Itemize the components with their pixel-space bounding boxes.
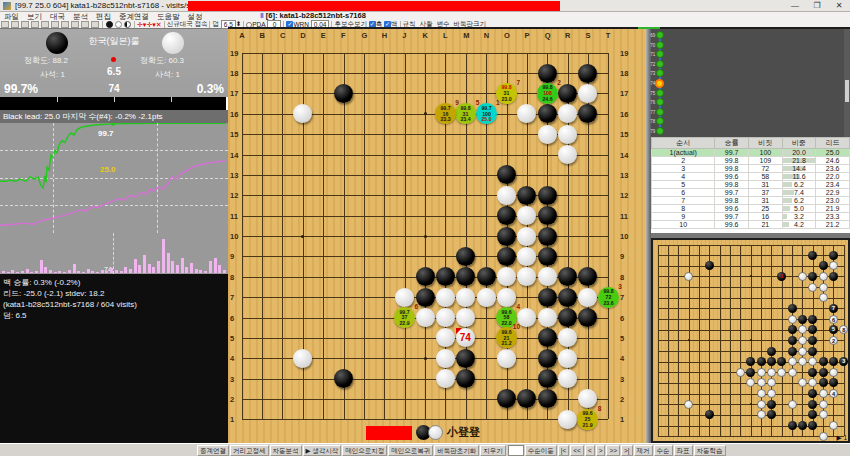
table-row[interactable]: 299.810921.824.6 <box>652 157 850 165</box>
komi-center: 6.5 <box>0 66 228 77</box>
table-cell: 31 <box>749 197 783 205</box>
candidate-move-J6[interactable]: 99.73722.96 <box>394 307 415 328</box>
nav-button-1[interactable]: << <box>570 445 584 456</box>
vstone-S2 <box>829 421 838 430</box>
tree-node-74[interactable] <box>655 79 664 88</box>
nav-button-0[interactable]: |< <box>558 445 569 456</box>
vstone-M9 <box>767 347 776 356</box>
table-cell: 9 <box>652 213 715 221</box>
vstone-Q11 <box>808 325 817 334</box>
coord-number-right: 18 <box>620 69 628 78</box>
vstone-R17 <box>819 261 828 270</box>
coord-letter: J <box>402 31 406 40</box>
stone-M8 <box>456 267 475 286</box>
vstone-P11 <box>798 325 807 334</box>
tree-move-number: 70 <box>650 42 655 47</box>
stone-O11 <box>497 206 516 225</box>
rule-label: 한국(일본)룰 <box>0 35 228 48</box>
tree-node-77[interactable] <box>656 108 664 116</box>
table-cell: 16 <box>749 213 783 221</box>
vstone-S5: 4 <box>829 389 838 398</box>
stone-N7 <box>477 288 496 307</box>
table-header-승률[interactable]: 승률 <box>715 138 749 149</box>
vstone-R5 <box>819 389 828 398</box>
table-cell: 25 <box>749 205 783 213</box>
variation-board[interactable]: 12345678 ▶ 1 <box>651 238 850 443</box>
visits-histogram: 74 <box>0 233 228 274</box>
candidate-rank: 9 <box>455 99 459 106</box>
stone-M4 <box>456 349 475 368</box>
coord-number-left: 16 <box>230 110 238 119</box>
vstone-M5 <box>767 389 776 398</box>
graph-lead-label: 25.0 <box>100 165 116 174</box>
histogram-bar <box>171 261 174 273</box>
histogram-bar <box>185 267 188 273</box>
half-stone-icon[interactable] <box>124 21 131 28</box>
tree-node-69[interactable] <box>656 31 664 39</box>
table-row[interactable]: 1099.6214.221.2 <box>652 221 850 229</box>
table-cell: 99.7 <box>715 149 749 157</box>
table-row[interactable]: 399.87214.423.6 <box>652 165 850 173</box>
stone-M6 <box>456 308 475 327</box>
info-line: 리드: -25.0 (-2.1) stdev: 18.2 <box>3 288 228 299</box>
vstone-O4 <box>788 400 797 409</box>
coord-number-right: 12 <box>620 191 628 200</box>
vstone-O13 <box>788 304 797 313</box>
table-header-비중[interactable]: 비중 <box>782 138 816 149</box>
coord-letter: L <box>443 31 448 40</box>
pencil-icon[interactable] <box>91 21 99 28</box>
coord-number-right: 7 <box>620 293 624 302</box>
table-row[interactable]: 899.6255.021.9 <box>652 205 850 213</box>
histogram-bar <box>26 269 29 273</box>
stone-F17 <box>334 84 353 103</box>
table-cell: 37 <box>749 189 783 197</box>
toolbar-button-바둑판크기[interactable]: 바둑판크기 <box>454 20 487 27</box>
histogram-bar <box>181 258 184 273</box>
vstone-L7 <box>757 368 766 377</box>
arrow-down-icon[interactable] <box>61 21 69 28</box>
coord-letter: C <box>280 31 285 40</box>
tree-node-75[interactable] <box>656 89 664 97</box>
move-tree[interactable]: 6970717273747576777879 <box>651 29 850 137</box>
title-bar: [99.7 25.0 604] kata1-b28c512nbt-s7168 -… <box>0 0 850 12</box>
table-cell: 4 <box>652 173 715 181</box>
table-cell: 99.7 <box>715 189 749 197</box>
session-label: ‖ [6]: kata1-b28c512nbt-s7168 <box>260 12 366 20</box>
vstone-T8: 3 <box>839 357 848 366</box>
table-cell: 24.6 <box>816 157 850 165</box>
bottom-button-제거[interactable]: 제거 <box>634 445 653 456</box>
vstone-Q2 <box>808 421 817 430</box>
vstone-O9 <box>788 347 797 356</box>
stone-O9 <box>497 247 516 266</box>
coord-number-right: 2 <box>620 395 624 404</box>
histogram-bar <box>143 255 146 273</box>
stone-Q16 <box>538 104 557 123</box>
vstone-N16: 1 <box>777 272 786 281</box>
red-marker-icon-2[interactable]: ✕ <box>156 21 162 28</box>
save-icon[interactable] <box>11 21 19 28</box>
table-cell: 23.6 <box>816 165 850 173</box>
stone-R17 <box>558 84 577 103</box>
table-cell: 22.0 <box>816 173 850 181</box>
tree-node-73[interactable] <box>656 69 664 77</box>
tree-move-number: 77 <box>650 109 655 114</box>
app-icon <box>3 2 11 10</box>
coord-letter: Q <box>545 31 551 40</box>
stone-K6 <box>416 308 435 327</box>
stone-O13 <box>497 165 516 184</box>
black-stone-icon[interactable] <box>106 21 113 28</box>
vstone-S11: 5 <box>829 325 838 334</box>
vstone-O8 <box>788 357 797 366</box>
vstone-O2 <box>788 421 797 430</box>
stone-O10 <box>497 227 516 246</box>
chart-icon[interactable] <box>31 21 39 28</box>
coord-number-left: 6 <box>230 314 234 323</box>
stone-K8 <box>416 267 435 286</box>
minimize-button[interactable]: — <box>784 0 806 12</box>
grid-icon[interactable] <box>81 21 89 28</box>
coord-letter: P <box>524 31 529 40</box>
vstone-M3 <box>767 410 776 419</box>
stone-P9 <box>517 247 536 266</box>
stone-S17 <box>578 84 597 103</box>
bottom-button-자동분석[interactable]: 자동분석 <box>270 445 302 456</box>
vstone-Q10 <box>808 336 817 345</box>
stone-L7 <box>436 288 455 307</box>
vstone-S12: 6 <box>829 315 838 324</box>
coord-number-right: 4 <box>620 354 624 363</box>
coord-number-right: 9 <box>620 252 624 261</box>
candidate-view-label: 후보수보기 <box>334 20 367 27</box>
stone-P8 <box>517 267 536 286</box>
maximize-button[interactable]: ❐ <box>806 0 828 12</box>
coord-number-left: 15 <box>230 130 238 139</box>
stone-O7 <box>497 288 516 307</box>
table-cell: 99.8 <box>715 197 749 205</box>
candidate-table[interactable]: 순서승률비짓비중리드1(actual)99.710020.025.0299.81… <box>651 137 850 233</box>
analysis-panel: 한국(일본)룰 정확도: 88.2 정확도: 60.3 사석: 1 6.5 사석… <box>0 29 228 443</box>
table-cell: 99.6 <box>715 205 749 213</box>
candidate-move-M16[interactable]: 99.83123.45 <box>455 103 476 124</box>
vstone-R3 <box>819 410 828 419</box>
table-row[interactable]: 999.7163.223.3 <box>652 213 850 221</box>
table-cell: 99.8 <box>715 157 749 165</box>
table-row[interactable]: 1(actual)99.710020.025.0 <box>652 149 850 157</box>
candidate-move-L16[interactable]: 99.71623.39 <box>435 103 456 124</box>
bottom-button-거리고정세[interactable]: 거리고정세 <box>230 445 269 456</box>
stone-Q5 <box>538 328 557 347</box>
coord-letter: O <box>504 31 510 40</box>
stone-D4 <box>293 349 312 368</box>
go-board[interactable]: ABCDEFGHJKLMNOPQRST191918181717161615151… <box>228 29 645 443</box>
histogram-bar <box>2 271 5 273</box>
stone-P2 <box>517 389 536 408</box>
bottom-button-수순[interactable]: 수순 <box>654 445 673 456</box>
vstone-M4 <box>767 400 776 409</box>
table-cell: 21.8 <box>782 157 816 165</box>
table-cell: 100 <box>749 149 783 157</box>
table-cell: 21.2 <box>816 221 850 229</box>
tree-node-76[interactable] <box>656 98 664 106</box>
vstone-L6 <box>757 378 766 387</box>
stone-L4 <box>436 349 455 368</box>
histogram-bar <box>176 265 179 273</box>
histogram-bar <box>209 261 212 273</box>
table-cell: 58 <box>749 173 783 181</box>
open-folder-icon[interactable] <box>1 21 9 28</box>
censored-title-region <box>188 1 560 11</box>
refresh-icon[interactable] <box>51 21 59 28</box>
tree-move-number: 72 <box>650 61 655 66</box>
tree-node-70[interactable] <box>656 41 664 49</box>
table-row[interactable]: 499.65811.622.0 <box>652 173 850 181</box>
coord-number-right: 6 <box>620 314 624 323</box>
table-row[interactable]: 699.7377.422.9 <box>652 189 850 197</box>
winrate-graph[interactable]: 99.7 25.0 <box>0 123 228 233</box>
coord-number-left: 9 <box>230 252 234 261</box>
tree-move-number: 76 <box>650 99 655 104</box>
histogram-bar <box>7 272 10 273</box>
white-accuracy: 정확도: 60.3 <box>140 55 184 66</box>
stone-Q2 <box>538 389 557 408</box>
bottom-button-자동학습[interactable]: 자동학습 <box>694 445 726 456</box>
nav-button-3[interactable]: > <box>596 445 606 456</box>
bottom-button-▶ 생각시작[interactable]: ▶ 생각시작 <box>303 445 342 456</box>
tree-scrollbar-thumb[interactable] <box>845 80 849 102</box>
stone-P6 <box>517 308 536 327</box>
red-marker-icon-0[interactable]: ✛▾ <box>137 21 146 28</box>
tree-move-number: 69 <box>650 32 655 37</box>
bottom-button-좌표[interactable]: 좌표 <box>674 445 693 456</box>
vstone-K6 <box>746 378 755 387</box>
nav-button-5[interactable]: >| <box>621 445 632 456</box>
vstone-P12 <box>798 315 807 324</box>
coord-number-left: 13 <box>230 171 238 180</box>
candidate-move-N16[interactable]: 99.710025.01 <box>476 103 497 124</box>
table-cell: 99.8 <box>715 165 749 173</box>
clock-icon[interactable] <box>41 21 49 28</box>
histogram-bar <box>91 271 94 273</box>
vstone-P6 <box>798 378 807 387</box>
histogram-bar <box>49 270 52 273</box>
stone-S16 <box>578 104 597 123</box>
tree-move-number: 79 <box>650 128 655 133</box>
candidate-move-O5[interactable]: 99.62121.210 <box>496 327 517 348</box>
candidate-move-S1[interactable]: 99.62521.98 <box>577 409 598 430</box>
info-line: (kata1-b28c512nbt-s7168 / 604 visits) <box>3 299 228 310</box>
stone-L6 <box>436 308 455 327</box>
vstone-M7 <box>767 368 776 377</box>
stone-R15 <box>558 125 577 144</box>
coord-number-left: 17 <box>230 89 238 98</box>
table-cell: 23.0 <box>816 197 850 205</box>
histogram-bar <box>87 269 90 273</box>
coord-number-left: 8 <box>230 273 234 282</box>
tree-move-number: 75 <box>650 90 655 95</box>
coord-number-left: 12 <box>230 191 238 200</box>
coord-number-right: 1 <box>620 415 624 424</box>
connect-button[interactable]: 접속 <box>194 20 207 27</box>
bottom-button-바둑판초기화[interactable]: 바둑판초기화 <box>434 445 479 456</box>
black-player-name-censored <box>366 426 412 440</box>
bottom-button-중계연결[interactable]: 중계연결 <box>197 445 229 456</box>
vstone-M6 <box>767 378 776 387</box>
table-cell: 6.2 <box>782 197 816 205</box>
stone-J7 <box>395 288 414 307</box>
white-candidates-label: 백 <box>391 20 398 27</box>
vstone-P8 <box>798 357 807 366</box>
coord-number-left: 7 <box>230 293 234 302</box>
vstone-K7 <box>746 368 755 377</box>
star-point <box>424 235 427 238</box>
tree-node-79[interactable] <box>656 127 664 135</box>
stone-M9 <box>456 247 475 266</box>
nav-button-2[interactable]: < <box>585 445 595 456</box>
histogram-bar <box>138 265 141 273</box>
coord-number-left: 10 <box>230 232 238 241</box>
coord-letter: A <box>239 31 244 40</box>
histogram-bar <box>162 239 165 273</box>
stone-Q7 <box>538 288 557 307</box>
table-row[interactable]: 599.8316.223.4 <box>652 181 850 189</box>
winrate-bar <box>0 97 228 110</box>
table-cell: 6 <box>652 189 715 197</box>
stone-Q15 <box>538 125 557 144</box>
vstone-Q8 <box>808 357 817 366</box>
vstone-F17 <box>705 261 714 270</box>
vstone-D4 <box>684 400 693 409</box>
histogram-bar <box>129 269 132 273</box>
stone-L3 <box>436 369 455 388</box>
info-line: 덤: 6.5 <box>3 310 228 321</box>
histogram-bar <box>82 272 85 273</box>
lightning-icon[interactable] <box>21 21 29 28</box>
coord-number-left: 19 <box>230 49 238 58</box>
table-header-비짓[interactable]: 비짓 <box>749 138 783 149</box>
histogram-bar <box>152 267 155 273</box>
toolbar-button-변수[interactable]: 변수 <box>437 20 450 27</box>
candidate-move-O17[interactable]: 99.83123.07 <box>496 83 517 104</box>
coord-number-right: 5 <box>620 334 624 343</box>
stone-D16 <box>293 104 312 123</box>
table-cell: 2 <box>652 157 715 165</box>
white-winrate: 0.3% <box>197 82 224 96</box>
vstone-P10 <box>798 336 807 345</box>
star-point <box>301 235 304 238</box>
histogram-bar <box>199 270 202 273</box>
stone-Q9 <box>538 247 557 266</box>
bottom-button-지우기[interactable]: 지우기 <box>480 445 506 456</box>
bottom-button-메인으로지정[interactable]: 메인으로지정 <box>342 445 387 456</box>
coord-number-left: 18 <box>230 69 238 78</box>
table-cell: 99.7 <box>715 213 749 221</box>
new-game-button[interactable]: 신규대국 <box>167 20 193 27</box>
vstone-Q3 <box>808 410 817 419</box>
table-cell: 31 <box>749 181 783 189</box>
vstone-L8 <box>757 357 766 366</box>
vstone-R8 <box>819 357 828 366</box>
histogram-bar <box>16 272 19 273</box>
coord-number-left: 1 <box>230 415 234 424</box>
vstone-T11: 8 <box>839 325 848 334</box>
black-accuracy: 정확도: 88.2 <box>24 55 68 66</box>
move-number-center: 74 <box>0 83 228 94</box>
stone-S7 <box>578 288 597 307</box>
vstone-S18 <box>829 251 838 260</box>
histogram-bar <box>218 265 221 273</box>
nav-button-4[interactable]: >> <box>606 445 620 456</box>
close-button[interactable]: ✕ <box>828 0 850 12</box>
vstone-R6 <box>819 378 828 387</box>
move-number-input[interactable] <box>508 445 524 456</box>
vstone-K8 <box>746 357 755 366</box>
histogram-bar <box>73 264 76 273</box>
stone-F3 <box>334 369 353 388</box>
table-header-순서[interactable]: 순서 <box>652 138 715 149</box>
vstone-P9 <box>798 347 807 356</box>
stone-O8 <box>497 267 516 286</box>
vstone-J7 <box>736 368 745 377</box>
engine-info-box: 백 승률: 0.3% (-0.2%)리드: -25.0 (-2.1) stdev… <box>0 274 228 443</box>
coord-number-right: 8 <box>620 273 624 282</box>
red-marker-icon-1[interactable]: ✛▾ <box>146 21 155 28</box>
bottom-button-메인으로복귀[interactable]: 메인으로복귀 <box>388 445 433 456</box>
vstone-P2 <box>798 421 807 430</box>
stone-R16 <box>558 104 577 123</box>
bottom-button-move-nav[interactable]: 수순이동 <box>525 445 557 456</box>
tree-node-71[interactable] <box>656 50 664 58</box>
candidate-rank: 7 <box>516 79 520 86</box>
stone-S6 <box>578 308 597 327</box>
coord-number-right: 10 <box>620 232 628 241</box>
coord-letter: D <box>300 31 305 40</box>
table-row[interactable]: 799.8316.223.0 <box>652 197 850 205</box>
candidate-move-Q17[interactable]: 99.810824.62 <box>537 83 558 104</box>
tree-node-78[interactable] <box>656 117 664 125</box>
info-line: 백 승률: 0.3% (-0.2%) <box>3 277 228 288</box>
spade-icon[interactable] <box>71 21 79 28</box>
coord-letter: B <box>260 31 265 40</box>
candidate-move-T7[interactable]: 99.87223.63 <box>598 287 619 308</box>
vstone-S8 <box>829 357 838 366</box>
table-cell: 23.4 <box>816 181 850 189</box>
table-cell: 4.2 <box>782 221 816 229</box>
toolbar-button-사활[interactable]: 사활 <box>420 20 433 27</box>
white-stone-icon[interactable] <box>115 21 122 28</box>
tree-node-72[interactable] <box>656 60 664 68</box>
histogram-bar <box>115 270 118 273</box>
table-header-리드[interactable]: 리드 <box>816 138 850 149</box>
histogram-bar <box>35 271 38 273</box>
vstone-S13: 7 <box>829 304 838 313</box>
toolbar-button-규칙[interactable]: 규칙 <box>403 20 416 27</box>
table-cell: 1(actual) <box>652 149 715 157</box>
variation-nav-label[interactable]: ▶ 1 <box>837 434 847 442</box>
candidate-rank: 10 <box>513 323 520 330</box>
coord-number-right: 13 <box>620 171 628 180</box>
histogram-bar <box>157 261 160 273</box>
vstone-Q18 <box>808 251 817 260</box>
stone-Q6 <box>538 308 557 327</box>
vstone-M8 <box>767 357 776 366</box>
coord-number-right: 16 <box>620 110 628 119</box>
vstone-Q5 <box>808 389 817 398</box>
tree-move-number: 73 <box>650 71 655 76</box>
histogram-bar <box>63 272 66 273</box>
